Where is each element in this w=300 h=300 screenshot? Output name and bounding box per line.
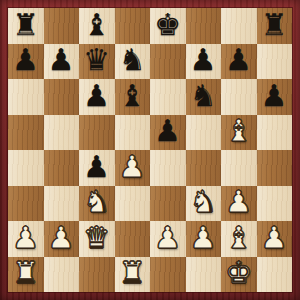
square-d1[interactable]: ♜ [115,257,151,293]
square-a6[interactable] [8,79,44,115]
square-d3[interactable] [115,186,151,222]
piece-black-pawn-f7[interactable]: ♟ [190,45,217,75]
piece-white-knight-c3[interactable]: ♞ [83,187,110,217]
square-a4[interactable] [8,150,44,186]
piece-black-bishop-c8[interactable]: ♝ [83,10,110,40]
square-f7[interactable]: ♟ [186,44,222,80]
square-g5[interactable]: ♝ [221,115,257,151]
square-f2[interactable]: ♟ [186,221,222,257]
square-h5[interactable] [257,115,293,151]
square-g7[interactable]: ♟ [221,44,257,80]
square-e1[interactable] [150,257,186,293]
square-b3[interactable] [44,186,80,222]
piece-black-rook-a8[interactable]: ♜ [12,10,39,40]
square-b8[interactable] [44,8,80,44]
piece-black-knight-f6[interactable]: ♞ [190,81,217,111]
piece-black-pawn-b7[interactable]: ♟ [48,45,75,75]
square-b1[interactable] [44,257,80,293]
square-e4[interactable] [150,150,186,186]
square-c3[interactable]: ♞ [79,186,115,222]
square-b7[interactable]: ♟ [44,44,80,80]
square-h6[interactable]: ♟ [257,79,293,115]
square-h7[interactable] [257,44,293,80]
square-e6[interactable] [150,79,186,115]
square-h2[interactable]: ♟ [257,221,293,257]
piece-black-knight-d7[interactable]: ♞ [119,45,146,75]
square-g1[interactable]: ♚ [221,257,257,293]
piece-white-bishop-g5[interactable]: ♝ [225,116,252,146]
square-c8[interactable]: ♝ [79,8,115,44]
piece-white-king-g1[interactable]: ♚ [225,258,252,288]
piece-black-rook-h8[interactable]: ♜ [261,10,288,40]
piece-white-pawn-d4[interactable]: ♟ [119,152,146,182]
board-frame: ♜♝♚♜♟♟♛♞♟♟♟♝♞♟♟♝♟♟♞♞♟♟♟♛♟♟♝♟♜♜♚ [0,0,300,300]
square-e3[interactable] [150,186,186,222]
square-a3[interactable] [8,186,44,222]
piece-white-rook-a1[interactable]: ♜ [12,258,39,288]
square-a2[interactable]: ♟ [8,221,44,257]
square-c4[interactable]: ♟ [79,150,115,186]
piece-black-pawn-g7[interactable]: ♟ [225,45,252,75]
square-g3[interactable]: ♟ [221,186,257,222]
piece-black-bishop-d6[interactable]: ♝ [119,81,146,111]
square-d7[interactable]: ♞ [115,44,151,80]
square-f6[interactable]: ♞ [186,79,222,115]
piece-white-pawn-e2[interactable]: ♟ [154,223,181,253]
square-g8[interactable] [221,8,257,44]
piece-white-queen-c2[interactable]: ♛ [83,223,110,253]
square-a1[interactable]: ♜ [8,257,44,293]
piece-white-knight-f3[interactable]: ♞ [190,187,217,217]
square-d4[interactable]: ♟ [115,150,151,186]
square-b4[interactable] [44,150,80,186]
square-e2[interactable]: ♟ [150,221,186,257]
square-a8[interactable]: ♜ [8,8,44,44]
piece-black-queen-c7[interactable]: ♛ [83,45,110,75]
square-g4[interactable] [221,150,257,186]
piece-black-pawn-h6[interactable]: ♟ [261,81,288,111]
square-f8[interactable] [186,8,222,44]
square-e7[interactable] [150,44,186,80]
square-f5[interactable] [186,115,222,151]
square-f3[interactable]: ♞ [186,186,222,222]
piece-black-pawn-a7[interactable]: ♟ [12,45,39,75]
square-c1[interactable] [79,257,115,293]
square-b2[interactable]: ♟ [44,221,80,257]
square-a5[interactable] [8,115,44,151]
square-c2[interactable]: ♛ [79,221,115,257]
square-h1[interactable] [257,257,293,293]
piece-black-pawn-e5[interactable]: ♟ [154,116,181,146]
piece-white-pawn-h2[interactable]: ♟ [261,223,288,253]
square-b5[interactable] [44,115,80,151]
square-c5[interactable] [79,115,115,151]
square-g6[interactable] [221,79,257,115]
piece-white-pawn-b2[interactable]: ♟ [48,223,75,253]
square-g2[interactable]: ♝ [221,221,257,257]
piece-black-pawn-c6[interactable]: ♟ [83,81,110,111]
square-e5[interactable]: ♟ [150,115,186,151]
piece-black-king-e8[interactable]: ♚ [154,10,181,40]
square-f4[interactable] [186,150,222,186]
square-f1[interactable] [186,257,222,293]
piece-white-pawn-g3[interactable]: ♟ [225,187,252,217]
square-a7[interactable]: ♟ [8,44,44,80]
square-e8[interactable]: ♚ [150,8,186,44]
square-b6[interactable] [44,79,80,115]
square-d5[interactable] [115,115,151,151]
piece-white-pawn-f2[interactable]: ♟ [190,223,217,253]
square-h8[interactable]: ♜ [257,8,293,44]
square-c6[interactable]: ♟ [79,79,115,115]
piece-white-rook-d1[interactable]: ♜ [119,258,146,288]
piece-white-bishop-g2[interactable]: ♝ [225,223,252,253]
piece-black-pawn-c4[interactable]: ♟ [83,152,110,182]
square-d6[interactable]: ♝ [115,79,151,115]
square-h3[interactable] [257,186,293,222]
square-d2[interactable] [115,221,151,257]
square-c7[interactable]: ♛ [79,44,115,80]
chess-board: ♜♝♚♜♟♟♛♞♟♟♟♝♞♟♟♝♟♟♞♞♟♟♟♛♟♟♝♟♜♜♚ [8,8,292,292]
square-h4[interactable] [257,150,293,186]
piece-white-pawn-a2[interactable]: ♟ [12,223,39,253]
square-d8[interactable] [115,8,151,44]
